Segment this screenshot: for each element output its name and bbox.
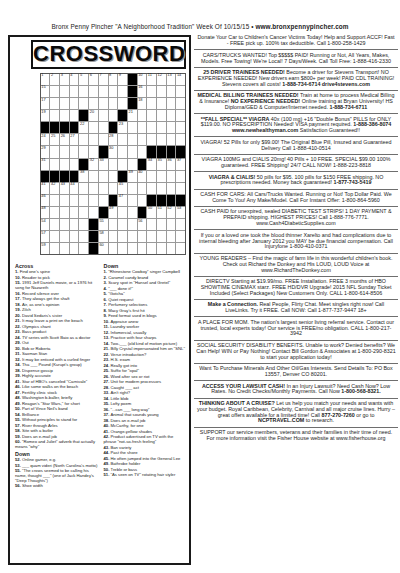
cell-number: 13 [167,73,171,78]
grid-cell [70,243,79,254]
cell-number: 21 [128,110,132,115]
cell-number: 43 [61,182,65,187]
classified-ad: YOUNG READERS – Find the magic of farm l… [194,253,398,276]
grid-cell: 37 [176,159,185,170]
black-square [41,171,50,182]
grid-cell: 11 [147,74,156,85]
grid-cell [176,134,185,145]
grid-cell [128,207,137,218]
grid-cell [89,207,98,218]
grid-cell: 44 [70,183,79,194]
across-clue-list: 1. Find one's spine10. Readier to pick15… [15,270,98,449]
grid-cell: 53 [176,207,185,218]
grid-cell [147,171,156,182]
grid-cell: 4 [70,74,79,85]
cell-number: 10 [138,73,142,78]
grid-cell [157,219,166,230]
grid-cell: 1 [41,74,50,85]
classified-ad: SOCIAL SECURITY DISABILITY BENEFITS. Una… [194,340,398,363]
grid-cell: 32 [89,159,98,170]
grid-cell: 20 [89,110,98,121]
clue-column-right: Down 1. "Rhinestone Cowboy" singer Campb… [104,261,187,490]
black-square [99,146,108,157]
grid-cell [70,159,79,170]
grid-cell [128,122,137,133]
cell-number: 60 [99,243,103,248]
black-square [50,171,59,182]
grid-cell: 8 [109,74,118,85]
classified-ad: THINKING ABOUT A CRUISE? Let us help you… [194,398,398,427]
grid-cell: 26 [60,134,69,145]
grid-cell: 18 [138,98,147,109]
grid-cell: 52 [167,207,176,218]
grid-cell [147,183,156,194]
cell-number: 15 [41,85,45,90]
crossword-section: CROSSWORD 123456789101112131415161718192… [8,35,191,565]
grid-cell: 41 [41,183,50,194]
cell-number: 26 [61,134,65,139]
grid-cell [109,171,118,182]
clue-item: 60. "Romeo and Juliet" adverb that actua… [15,440,98,449]
grid-cell [118,134,127,145]
grid-cell [118,207,127,218]
cell-number: 17 [41,98,45,103]
grid-cell: 3 [60,74,69,85]
black-square [60,122,69,133]
grid-cell [109,231,118,242]
grid-cell [138,134,147,145]
cell-number: 24 [41,134,45,139]
classified-ad: SUPPORT our service members, veterans an… [194,427,398,444]
grid-cell [99,195,108,206]
classified-ad: MEDICAL BILLING TRAINEES NEEDED! Train a… [194,90,398,113]
black-square [109,122,118,133]
grid-cell: 34 [147,159,156,170]
grid-cell [70,231,79,242]
cell-number: 8 [109,73,111,78]
cell-number: 39 [128,170,132,175]
grid-cell [50,243,59,254]
clue-item: 15. 1991 Jeff Daniels movie, or a 1976 h… [15,281,98,290]
grid-cell [157,171,166,182]
grid-cell [176,231,185,242]
grid-cell [167,98,176,109]
black-square [147,146,156,157]
crossword-title: CROSSWORD [31,40,186,69]
classified-ad: Make a Connection. Real People, Flirty C… [194,299,398,316]
grid-cell [60,207,69,218]
classified-ad: ACCESS YOUR LAWSUIT CASH! In an Injury L… [194,380,398,397]
cell-number: 27 [70,134,74,139]
black-square [89,219,98,230]
header-url: www.bronxpennypincher.com [255,23,348,30]
grid-cell [79,231,88,242]
grid-cell: 49 [109,207,118,218]
clue-item: 42. Product advertised on TV with the ph… [104,435,187,444]
classified-ads-column: Donate Your Car to Children's Cancer Vic… [194,33,398,571]
grid-cell: 22 [79,122,88,133]
grid-cell: 10 [138,74,147,85]
cell-number: 22 [80,122,84,127]
grid-cell [89,183,98,194]
cell-number: 57 [41,231,45,236]
grid-cell: 40 [138,171,147,182]
grid-cell [128,231,137,242]
grid-cell [60,98,69,109]
grid-cell: 39 [128,171,137,182]
grid-cell [70,195,79,206]
grid-cell [118,243,127,254]
grid-cell [70,98,79,109]
grid-cell [138,231,147,242]
black-square [99,207,108,218]
grid-cell: 46 [41,195,50,206]
grid-cell [157,243,166,254]
cell-number: 40 [138,170,142,175]
grid-cell [118,146,127,157]
grid-cell: 12 [157,74,166,85]
black-square [138,207,147,218]
classified-ad: **FALL SPECIAL** VIAGRA 40x (100 mg) +16… [194,113,398,136]
cell-number: 51 [158,206,162,211]
grid-cell: 51 [157,207,166,218]
cell-number: 18 [138,98,142,103]
grid-cell [128,146,137,157]
grid-cell [50,195,59,206]
grid-cell [157,98,166,109]
grid-cell [79,86,88,97]
grid-cell [109,98,118,109]
cell-number: 4 [70,73,72,78]
grid-cell [70,86,79,97]
grid-cell [89,122,98,133]
grid-cell: 19 [41,110,50,121]
black-square [128,74,137,85]
black-square [60,171,69,182]
black-square [128,86,137,97]
grid-cell [60,86,69,97]
header-text: Bronx Penny Pincher "A Neighborhood Trad… [51,23,255,30]
grid-cell [89,171,98,182]
cell-number: 2 [51,73,53,78]
grid-cell [79,183,88,194]
grid-cell [167,110,176,121]
grid-cell [60,110,69,121]
classified-ad: Want To Purchase Minerals And Other Oil/… [194,363,398,380]
grid-cell [167,231,176,242]
grid-cell [147,122,156,133]
grid-cell [99,86,108,97]
cell-number: 55 [99,219,103,224]
page-header: Bronx Penny Pincher "A Neighborhood Trad… [0,23,400,30]
grid-cell [109,110,118,121]
grid-cell [79,207,88,218]
grid-cell [138,195,147,206]
grid-cell [60,195,69,206]
grid-cell [118,231,127,242]
cell-number: 20 [90,110,94,115]
grid-cell [176,243,185,254]
cell-number: 25 [51,134,55,139]
grid-cell [79,195,88,206]
classified-ad: Donate Your Car to Children's Cancer Vic… [194,33,398,49]
cell-number: 47 [119,194,123,199]
grid-cell: 35 [157,159,166,170]
cell-number: 44 [70,182,74,187]
clue-item: 56. Shoe width [15,484,98,489]
grid-cell [157,86,166,97]
black-square [79,159,88,170]
classified-ad: VIAGRA & CIALIS! 50 pills for $95. 100 p… [194,171,398,188]
grid-cell [147,86,156,97]
grid-cell [70,219,79,230]
grid-cell [157,134,166,145]
grid-cell [70,146,79,157]
cell-number: 48 [41,206,45,211]
grid-cell: 30 [109,146,118,157]
black-square [118,110,127,121]
grid-cell: 6 [89,74,98,85]
grid-cell: 31 [41,159,50,170]
grid-cell [50,146,59,157]
black-square [147,195,156,206]
grid-cell [50,159,59,170]
grid-cell: 2 [50,74,59,85]
grid-cell [50,231,59,242]
grid-cell [128,195,137,206]
grid-cell [147,219,156,230]
black-square [167,195,176,206]
grid-cell [176,86,185,97]
cell-number: 5 [80,73,82,78]
clue-column-left: Across 1. Find one's spine10. Readier to… [15,261,98,490]
grid-cell [167,171,176,182]
grid-cell [89,86,98,97]
grid-cell [79,243,88,254]
classified-ad: CARS/TRUCKS WANTED! Top $$$$$ PAID! Runn… [194,49,398,66]
grid-cell: 13 [167,74,176,85]
grid-cell [50,219,59,230]
cell-number: 56 [138,219,142,224]
grid-cell [70,207,79,218]
cell-number: 37 [177,158,181,163]
grid-cell: 15 [41,86,50,97]
grid-cell: 56 [138,219,147,230]
grid-cell [128,134,137,145]
classified-ad: VIAGRA! 52 Pills for only $99.00! The Or… [194,136,398,153]
grid-cell [89,146,98,157]
grid-cell [50,207,59,218]
grid-cell: 57 [41,231,50,242]
cell-number: 6 [90,73,92,78]
cell-number: 34 [148,158,152,163]
grid-cell [128,183,137,194]
cell-number: 53 [177,206,181,211]
grid-cell [147,243,156,254]
classified-ad: CASH PAID for unexpired, sealed DIABETIC… [194,206,398,229]
cell-number: 29 [41,146,45,151]
grid-cell [167,183,176,194]
cell-number: 36 [167,158,171,163]
cell-number: 31 [41,158,45,163]
grid-cell [109,159,118,170]
grid-cell: 24 [41,134,50,145]
grid-cell [79,98,88,109]
black-square [50,122,59,133]
black-square [128,98,137,109]
grid-cell [79,134,88,145]
black-square [176,195,185,206]
cell-number: 35 [158,158,162,163]
grid-cell [79,219,88,230]
grid-cell: 17 [41,98,50,109]
cell-number: 38 [80,170,84,175]
grid-cell: 50 [147,207,156,218]
grid-cell [89,134,98,145]
grid-cell [70,110,79,121]
grid-cell [99,122,108,133]
cell-number: 9 [119,73,121,78]
grid-cell [99,171,108,182]
black-square [157,195,166,206]
cell-number: 42 [51,182,55,187]
grid-cell [167,219,176,230]
classified-ad: CASH FOR CARS: All Cars/Trucks Wanted. R… [194,189,398,206]
crossword-grid: 1234567891011121314151617181920212223242… [40,73,186,255]
grid-cell [118,86,127,97]
grid-cell: 59 [41,243,50,254]
grid-cell [60,243,69,254]
cell-number: 14 [177,73,181,78]
grid-cell [167,134,176,145]
grid-cell [99,110,108,121]
grid-cell: 28 [109,134,118,145]
grid-cell [167,122,176,133]
grid-cell [60,159,69,170]
grid-cell [60,146,69,157]
grid-cell [147,98,156,109]
grid-cell: 58 [99,231,108,242]
grid-cell [109,86,118,97]
grid-cell: 14 [176,74,185,85]
black-square [157,146,166,157]
grid-cell [157,183,166,194]
cell-number: 33 [99,158,103,163]
grid-cell [50,98,59,109]
black-square [176,146,185,157]
grid-cell: 38 [79,171,88,182]
grid-cell: 43 [60,183,69,194]
black-square [138,159,147,170]
grid-cell [138,110,147,121]
grid-cell: 7 [99,74,108,85]
cell-number: 41 [41,182,45,187]
black-square [109,195,118,206]
grid-cell: 60 [99,243,108,254]
grid-cell [157,110,166,121]
grid-cell [128,243,137,254]
classified-ad: 25 DRIVER TRAINEES NEEDED! Become a driv… [194,67,398,90]
cell-number: 46 [41,194,45,199]
classified-ad: A PLACE FOR MOM. The nation's largest se… [194,316,398,339]
grid-cell: 36 [167,159,176,170]
grid-cell [89,98,98,109]
grid-cell [109,243,118,254]
grid-cell [79,146,88,157]
cell-number: 58 [99,231,103,236]
grid-cell: 54 [41,219,50,230]
grid-cell: 21 [128,110,137,121]
grid-cell [176,171,185,182]
classified-ad: DIRECTV Starting at $19.99/mo. FREE Inst… [194,276,398,299]
cell-number: 28 [109,134,113,139]
grid-cell: 48 [41,207,50,218]
black-square [167,146,176,157]
grid-cell [157,122,166,133]
grid-cell [167,86,176,97]
grid-cell: 42 [50,183,59,194]
cell-number: 52 [167,206,171,211]
cell-number: 3 [61,73,63,78]
grid-cell: 55 [99,219,108,230]
grid-cell [138,183,147,194]
cell-number: 45 [119,182,123,187]
black-square [70,122,79,133]
black-square [118,171,127,182]
classified-ad: VIAGRA 100MG and CIALIS 20mg! 40 Pills +… [194,154,398,171]
grid-cell [118,98,127,109]
cell-number: 11 [148,73,152,78]
grid-cell: 16 [138,86,147,97]
grid-cell: 29 [41,146,50,157]
grid-cell [99,183,108,194]
black-square [89,243,98,254]
grid-cell [176,98,185,109]
grid-cell: 23 [118,122,127,133]
grid-cell [176,219,185,230]
cell-number: 59 [41,243,45,248]
clue-item: 55. "The crows seemed to be calling his … [15,469,98,483]
cell-number: 23 [119,122,123,127]
grid-cell: 45 [118,183,127,194]
grid-cell [60,219,69,230]
grid-cell [99,134,108,145]
grid-cell [138,243,147,254]
grid-cell [50,110,59,121]
grid-cell: 47 [118,195,127,206]
black-square [41,122,50,133]
down-clue-list: 1. "Rhinestone Cowboy" singer Campbell2.… [104,270,187,477]
grid-cell [147,110,156,121]
classified-ad: If you or a loved one took the blood thi… [194,229,398,252]
grid-cell [89,195,98,206]
grid-cell [109,183,118,194]
cell-number: 16 [138,85,142,90]
grid-cell: 25 [50,134,59,145]
grid-cell: 33 [99,159,108,170]
grid-cell [128,219,137,230]
grid-cell [157,231,166,242]
cell-number: 32 [90,158,94,163]
grid-cell [118,159,127,170]
black-square [79,110,88,121]
grid-cell [109,219,118,230]
cell-number: 54 [41,219,45,224]
cell-number: 49 [109,206,113,211]
cell-number: 1 [41,73,43,78]
cell-number: 12 [158,73,162,78]
grid-cell [99,98,108,109]
